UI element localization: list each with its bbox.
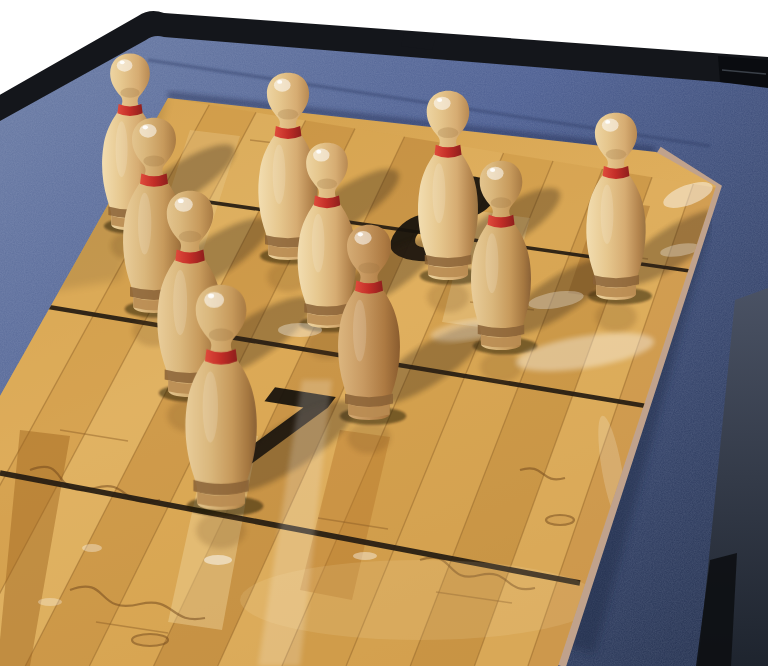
pin-reflection — [480, 352, 522, 382]
pin-head-glint — [143, 125, 148, 129]
pin-body-sheen — [601, 185, 614, 244]
pin-head-glint — [437, 98, 442, 102]
pin-head-highlight — [274, 79, 291, 92]
pin-body-sheen — [432, 163, 445, 223]
pin-head-highlight — [487, 167, 504, 180]
product-photo-bowling-case: 8 7 — [0, 0, 768, 666]
pin-neck-shade — [143, 156, 164, 167]
pin-neck-shade — [209, 328, 234, 341]
pin-body-sheen — [273, 145, 286, 204]
pin-head-glint — [120, 60, 125, 64]
pin-neck-shade — [438, 127, 459, 138]
pin-head-highlight — [117, 59, 133, 71]
pin-neck-shade — [606, 149, 626, 160]
pin-neck-shade — [358, 263, 379, 274]
pin-head-glint — [316, 150, 321, 154]
pin-reflection — [196, 512, 246, 548]
pin-neck-shade — [278, 109, 298, 120]
pin-head-glint — [358, 232, 363, 236]
pin-reflection — [427, 282, 469, 312]
pin-body-sheen — [173, 270, 187, 335]
pin-body-sheen — [203, 371, 218, 442]
pin-body-sheen — [116, 121, 128, 177]
pin-head-glint — [490, 168, 495, 172]
pin-head-highlight — [175, 197, 193, 212]
pin-body-sheen — [312, 214, 325, 273]
pin-body-sheen — [485, 233, 498, 293]
pin-neck-shade — [491, 197, 512, 208]
pin-head-glint — [605, 120, 610, 124]
pin-head-highlight — [204, 292, 224, 308]
pin-body-sheen — [138, 193, 151, 255]
pin-head-highlight — [139, 124, 156, 138]
pin-head-highlight — [354, 231, 371, 245]
pin-head-glint — [208, 294, 214, 299]
pin-neck-shade — [179, 231, 202, 243]
pin-body-sheen — [353, 300, 366, 362]
pin-neck-shade — [317, 179, 337, 189]
pin-head-highlight — [313, 149, 329, 162]
pin-head-glint — [277, 80, 282, 84]
pin-reflection — [595, 302, 636, 332]
pin-neck-shade — [120, 88, 139, 98]
pin-head-highlight — [434, 97, 451, 110]
pin-reflection — [347, 422, 390, 453]
pin-head-highlight — [602, 119, 619, 132]
pin-head-glint — [178, 199, 184, 203]
